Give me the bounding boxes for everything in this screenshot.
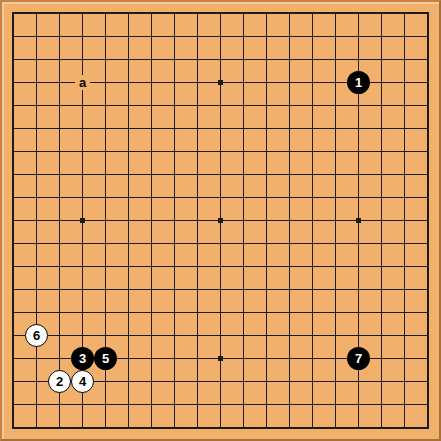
stone-black-7[interactable]: 7 xyxy=(347,347,370,370)
label-a: a xyxy=(75,75,90,90)
star-point xyxy=(356,218,361,223)
star-point xyxy=(218,80,223,85)
star-point xyxy=(80,218,85,223)
stone-black-3[interactable]: 3 xyxy=(71,347,94,370)
stone-white-4[interactable]: 4 xyxy=(71,370,94,393)
stone-black-5[interactable]: 5 xyxy=(94,347,117,370)
stone-white-6[interactable]: 6 xyxy=(25,324,48,347)
go-board[interactable]: a1234567 xyxy=(0,0,441,441)
go-board-diagram: a1234567 xyxy=(0,0,441,441)
stone-white-2[interactable]: 2 xyxy=(48,370,71,393)
stone-black-1[interactable]: 1 xyxy=(347,71,370,94)
star-point xyxy=(218,218,223,223)
star-point xyxy=(218,356,223,361)
